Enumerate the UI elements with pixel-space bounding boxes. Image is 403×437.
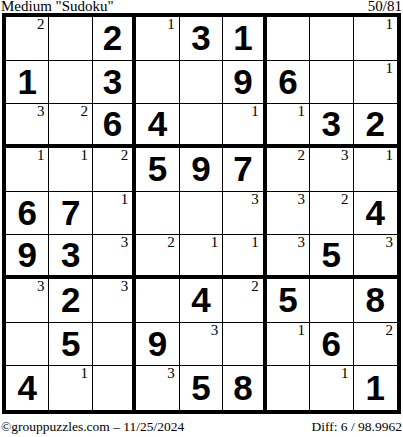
cell-r3c5[interactable]	[180, 104, 223, 148]
pencil-mark: 1	[37, 149, 45, 162]
cell-value: 7	[223, 148, 262, 191]
cell-r2c6[interactable]: 9	[223, 61, 266, 105]
cell-value: 4	[180, 279, 222, 322]
pencil-mark: 1	[167, 18, 175, 31]
cell-r2c4[interactable]	[136, 61, 179, 105]
pencil-mark: 3	[37, 105, 45, 118]
cell-r2c7[interactable]: 6	[267, 61, 310, 105]
cell-value: 5	[49, 323, 91, 366]
pencil-mark: 2	[167, 236, 175, 249]
pencil-mark: 2	[385, 324, 393, 337]
cell-r4c2[interactable]: 1	[49, 148, 92, 192]
cell-r5c6[interactable]: 3	[223, 192, 266, 236]
cell-r6c1[interactable]: 9	[6, 235, 49, 279]
pencil-mark: 3	[251, 193, 259, 206]
cell-r1c1[interactable]: 2	[6, 17, 49, 61]
cell-r7c9[interactable]: 8	[354, 279, 397, 323]
pencil-mark: 1	[298, 324, 306, 337]
cell-value: 3	[310, 104, 352, 144]
pencil-mark: 1	[251, 236, 259, 249]
pencil-mark: 2	[37, 18, 45, 31]
cell-r9c9[interactable]: 1	[354, 366, 397, 410]
sudoku-board: 2213111396132641132112597231671332493321…	[2, 13, 401, 414]
cell-r8c3[interactable]	[93, 323, 136, 367]
cell-value: 3	[49, 235, 91, 275]
cell-r8c4[interactable]: 9	[136, 323, 179, 367]
cell-r7c1[interactable]: 3	[6, 279, 49, 323]
cell-r1c6[interactable]: 1	[223, 17, 266, 61]
cell-r7c5[interactable]: 4	[180, 279, 223, 323]
cell-r2c2[interactable]	[49, 61, 92, 105]
cell-value: 7	[49, 192, 91, 235]
cell-r8c8[interactable]: 6	[310, 323, 353, 367]
cell-r9c5[interactable]: 5	[180, 366, 223, 410]
cell-r5c5[interactable]	[180, 192, 223, 236]
pencil-mark: 1	[298, 105, 306, 118]
cell-r7c7[interactable]: 5	[267, 279, 310, 323]
cell-r4c8[interactable]: 3	[310, 148, 353, 192]
cell-r2c3[interactable]: 3	[93, 61, 136, 105]
cell-r3c8[interactable]: 3	[310, 104, 353, 148]
cell-r9c4[interactable]: 3	[136, 366, 179, 410]
cell-value: 1	[6, 61, 48, 104]
cell-value: 6	[6, 192, 48, 235]
cell-r3c6[interactable]: 1	[223, 104, 266, 148]
cell-value: 1	[223, 17, 262, 60]
pencil-mark: 2	[251, 280, 259, 293]
cell-value: 2	[49, 279, 91, 322]
pencil-mark: 2	[121, 149, 129, 162]
pencil-mark: 2	[80, 105, 88, 118]
cell-r9c8[interactable]: 1	[310, 366, 353, 410]
cell-value: 6	[267, 61, 309, 104]
cell-r1c7[interactable]	[267, 17, 310, 61]
cell-r7c8[interactable]	[310, 279, 353, 323]
pencil-mark: 3	[385, 236, 393, 249]
remaining-counter: 50/81	[368, 0, 402, 13]
cell-r1c4[interactable]: 1	[136, 17, 179, 61]
cell-r3c2[interactable]: 2	[49, 104, 92, 148]
cell-r8c2[interactable]: 5	[49, 323, 92, 367]
cell-r2c8[interactable]	[310, 61, 353, 105]
cell-value: 9	[180, 148, 222, 191]
difficulty-text: Diff: 6 / 98.9962	[312, 420, 403, 434]
cell-r3c4[interactable]: 4	[136, 104, 179, 148]
pencil-mark: 3	[298, 193, 306, 206]
cell-value: 4	[354, 192, 397, 235]
cell-r9c7[interactable]	[267, 366, 310, 410]
pencil-mark: 1	[341, 367, 349, 380]
cell-value: 9	[6, 235, 48, 275]
cell-value: 5	[136, 148, 178, 191]
cell-r1c2[interactable]	[49, 17, 92, 61]
cell-value: 8	[223, 366, 262, 410]
pencil-mark: 1	[385, 18, 393, 31]
cell-r6c9[interactable]: 3	[354, 235, 397, 279]
cell-value: 5	[267, 279, 309, 322]
cell-r2c9[interactable]: 1	[354, 61, 397, 105]
cell-value: 6	[310, 323, 352, 366]
cell-r2c5[interactable]	[180, 61, 223, 105]
cell-r1c8[interactable]	[310, 17, 353, 61]
cell-r8c7[interactable]: 1	[267, 323, 310, 367]
cell-r4c9[interactable]: 1	[354, 148, 397, 192]
cell-r9c3[interactable]	[93, 366, 136, 410]
copyright-text: ©grouppuzzles.com – 11/25/2024	[1, 420, 184, 434]
cell-r7c4[interactable]	[136, 279, 179, 323]
cell-value: 9	[136, 323, 178, 366]
cell-r7c6[interactable]: 2	[223, 279, 266, 323]
cell-r6c3[interactable]: 3	[93, 235, 136, 279]
cell-r2c1[interactable]: 1	[6, 61, 49, 105]
cell-r9c1[interactable]: 4	[6, 366, 49, 410]
cell-r5c4[interactable]	[136, 192, 179, 236]
cell-r7c2[interactable]: 2	[49, 279, 92, 323]
pencil-mark: 1	[80, 149, 88, 162]
cell-r9c6[interactable]: 8	[223, 366, 266, 410]
pencil-mark: 3	[341, 149, 349, 162]
cell-r1c5[interactable]: 3	[180, 17, 223, 61]
cell-r4c6[interactable]: 7	[223, 148, 266, 192]
cell-r6c2[interactable]: 3	[49, 235, 92, 279]
pencil-mark: 1	[121, 193, 129, 206]
cell-r1c3[interactable]: 2	[93, 17, 136, 61]
cell-r4c4[interactable]: 5	[136, 148, 179, 192]
cell-r8c5[interactable]: 3	[180, 323, 223, 367]
cell-value: 3	[93, 61, 132, 104]
pencil-mark: 3	[298, 236, 306, 249]
cell-r9c2[interactable]: 1	[49, 366, 92, 410]
cell-r4c1[interactable]: 1	[6, 148, 49, 192]
cell-value: 5	[310, 235, 352, 275]
pencil-mark: 1	[385, 62, 393, 75]
cell-r6c5[interactable]: 1	[180, 235, 223, 279]
cell-value: 4	[6, 366, 48, 410]
cell-value: 8	[354, 279, 397, 322]
cell-r5c8[interactable]: 2	[310, 192, 353, 236]
cell-r6c4[interactable]: 2	[136, 235, 179, 279]
pencil-mark: 1	[251, 105, 259, 118]
pencil-mark: 1	[80, 367, 88, 380]
pencil-mark: 2	[298, 149, 306, 162]
cell-r3c7[interactable]: 1	[267, 104, 310, 148]
puzzle-title: Medium "Sudoku"	[1, 0, 114, 13]
cell-r3c9[interactable]: 2	[354, 104, 397, 148]
cell-r4c5[interactable]: 9	[180, 148, 223, 192]
cell-r4c3[interactable]: 2	[93, 148, 136, 192]
cell-r8c9[interactable]: 2	[354, 323, 397, 367]
cell-value: 6	[93, 104, 132, 144]
cell-r3c3[interactable]: 6	[93, 104, 136, 148]
cell-r8c6[interactable]	[223, 323, 266, 367]
cell-r5c2[interactable]: 7	[49, 192, 92, 236]
cell-r7c3[interactable]: 3	[93, 279, 136, 323]
cell-r5c9[interactable]: 4	[354, 192, 397, 236]
cell-r1c9[interactable]: 1	[354, 17, 397, 61]
cell-r4c7[interactable]: 2	[267, 148, 310, 192]
cell-value: 2	[93, 17, 132, 60]
cell-r5c1[interactable]: 6	[6, 192, 49, 236]
pencil-mark: 3	[211, 324, 219, 337]
cell-value: 9	[223, 61, 262, 104]
pencil-mark: 1	[385, 149, 393, 162]
cell-r3c1[interactable]: 3	[6, 104, 49, 148]
cell-r5c7[interactable]: 3	[267, 192, 310, 236]
cell-r5c3[interactable]: 1	[93, 192, 136, 236]
cell-r8c1[interactable]	[6, 323, 49, 367]
pencil-mark: 3	[167, 367, 175, 380]
cell-value: 5	[180, 366, 222, 410]
cell-r6c8[interactable]: 5	[310, 235, 353, 279]
cell-r6c7[interactable]: 3	[267, 235, 310, 279]
pencil-mark: 2	[341, 193, 349, 206]
cell-value: 4	[136, 104, 178, 144]
footer: ©grouppuzzles.com – 11/25/2024 Diff: 6 /…	[1, 420, 402, 434]
pencil-mark: 3	[37, 280, 45, 293]
cell-value: 3	[180, 17, 222, 60]
pencil-mark: 1	[211, 236, 219, 249]
pencil-mark: 3	[121, 236, 129, 249]
cell-value: 2	[354, 104, 397, 144]
cell-value: 1	[354, 366, 397, 410]
pencil-mark: 3	[121, 280, 129, 293]
header: Medium "Sudoku" 50/81	[1, 0, 402, 13]
cell-r6c6[interactable]: 1	[223, 235, 266, 279]
